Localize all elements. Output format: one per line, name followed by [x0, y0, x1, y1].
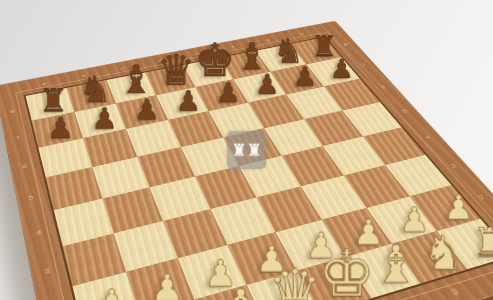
piece-white-queen: ♛: [265, 261, 323, 300]
piece-black-pawn: ♟: [82, 104, 126, 133]
piece-black-pawn: ♟: [246, 71, 287, 99]
piece-black-pawn: ♟: [38, 113, 83, 143]
rank-label-8: 8: [4, 98, 21, 125]
rank-label-7: 7: [9, 123, 27, 153]
piece-black-pawn: ♟: [321, 56, 361, 83]
piece-white-pawn: ♟: [139, 270, 196, 300]
piece-black-pawn: ♟: [284, 63, 325, 90]
file-label-f: f: [377, 293, 434, 300]
piece-black-pawn: ♟: [207, 79, 249, 107]
rank-label-4: 4: [28, 213, 50, 253]
square-a7: ♟: [31, 112, 82, 148]
piece-black-pawn: ♟: [167, 87, 210, 115]
piece-white-knight: ♞: [416, 229, 470, 276]
piece-white-king: ♚: [317, 242, 374, 300]
watermark-rooks-icon: ♜♜: [231, 142, 261, 159]
rank-label-3: 3: [35, 249, 58, 293]
rank-label-6: 6: [15, 150, 34, 183]
photo-backdrop: ♜♞♝♛♚♝♞♜♟♟♟♟♟♟♟♟♟♟♟♟♟♟♟♟♜♞♝♛♚♝♞♜ abcdefg…: [0, 0, 493, 300]
watermark: ♜♜: [227, 131, 266, 169]
rank-label-5: 5: [21, 180, 41, 216]
piece-white-bishop: ♝: [368, 239, 423, 291]
piece-white-bishop: ♝: [211, 283, 270, 300]
piece-black-pawn: ♟: [125, 96, 168, 125]
file-label-g: g: [426, 278, 482, 300]
piece-white-pawn: ♟: [83, 285, 141, 300]
